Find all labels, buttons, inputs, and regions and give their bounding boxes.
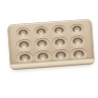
muffin-cup [16, 39, 33, 52]
muffin-cup [34, 38, 51, 51]
product-photo [0, 0, 98, 98]
muffin-pan [8, 19, 95, 70]
muffin-cup [51, 24, 67, 36]
muffin-cup [52, 36, 69, 49]
muffin-cup [15, 27, 31, 39]
muffin-cup [69, 35, 86, 48]
muffin-cup [33, 26, 49, 38]
muffin-cup [69, 23, 85, 35]
